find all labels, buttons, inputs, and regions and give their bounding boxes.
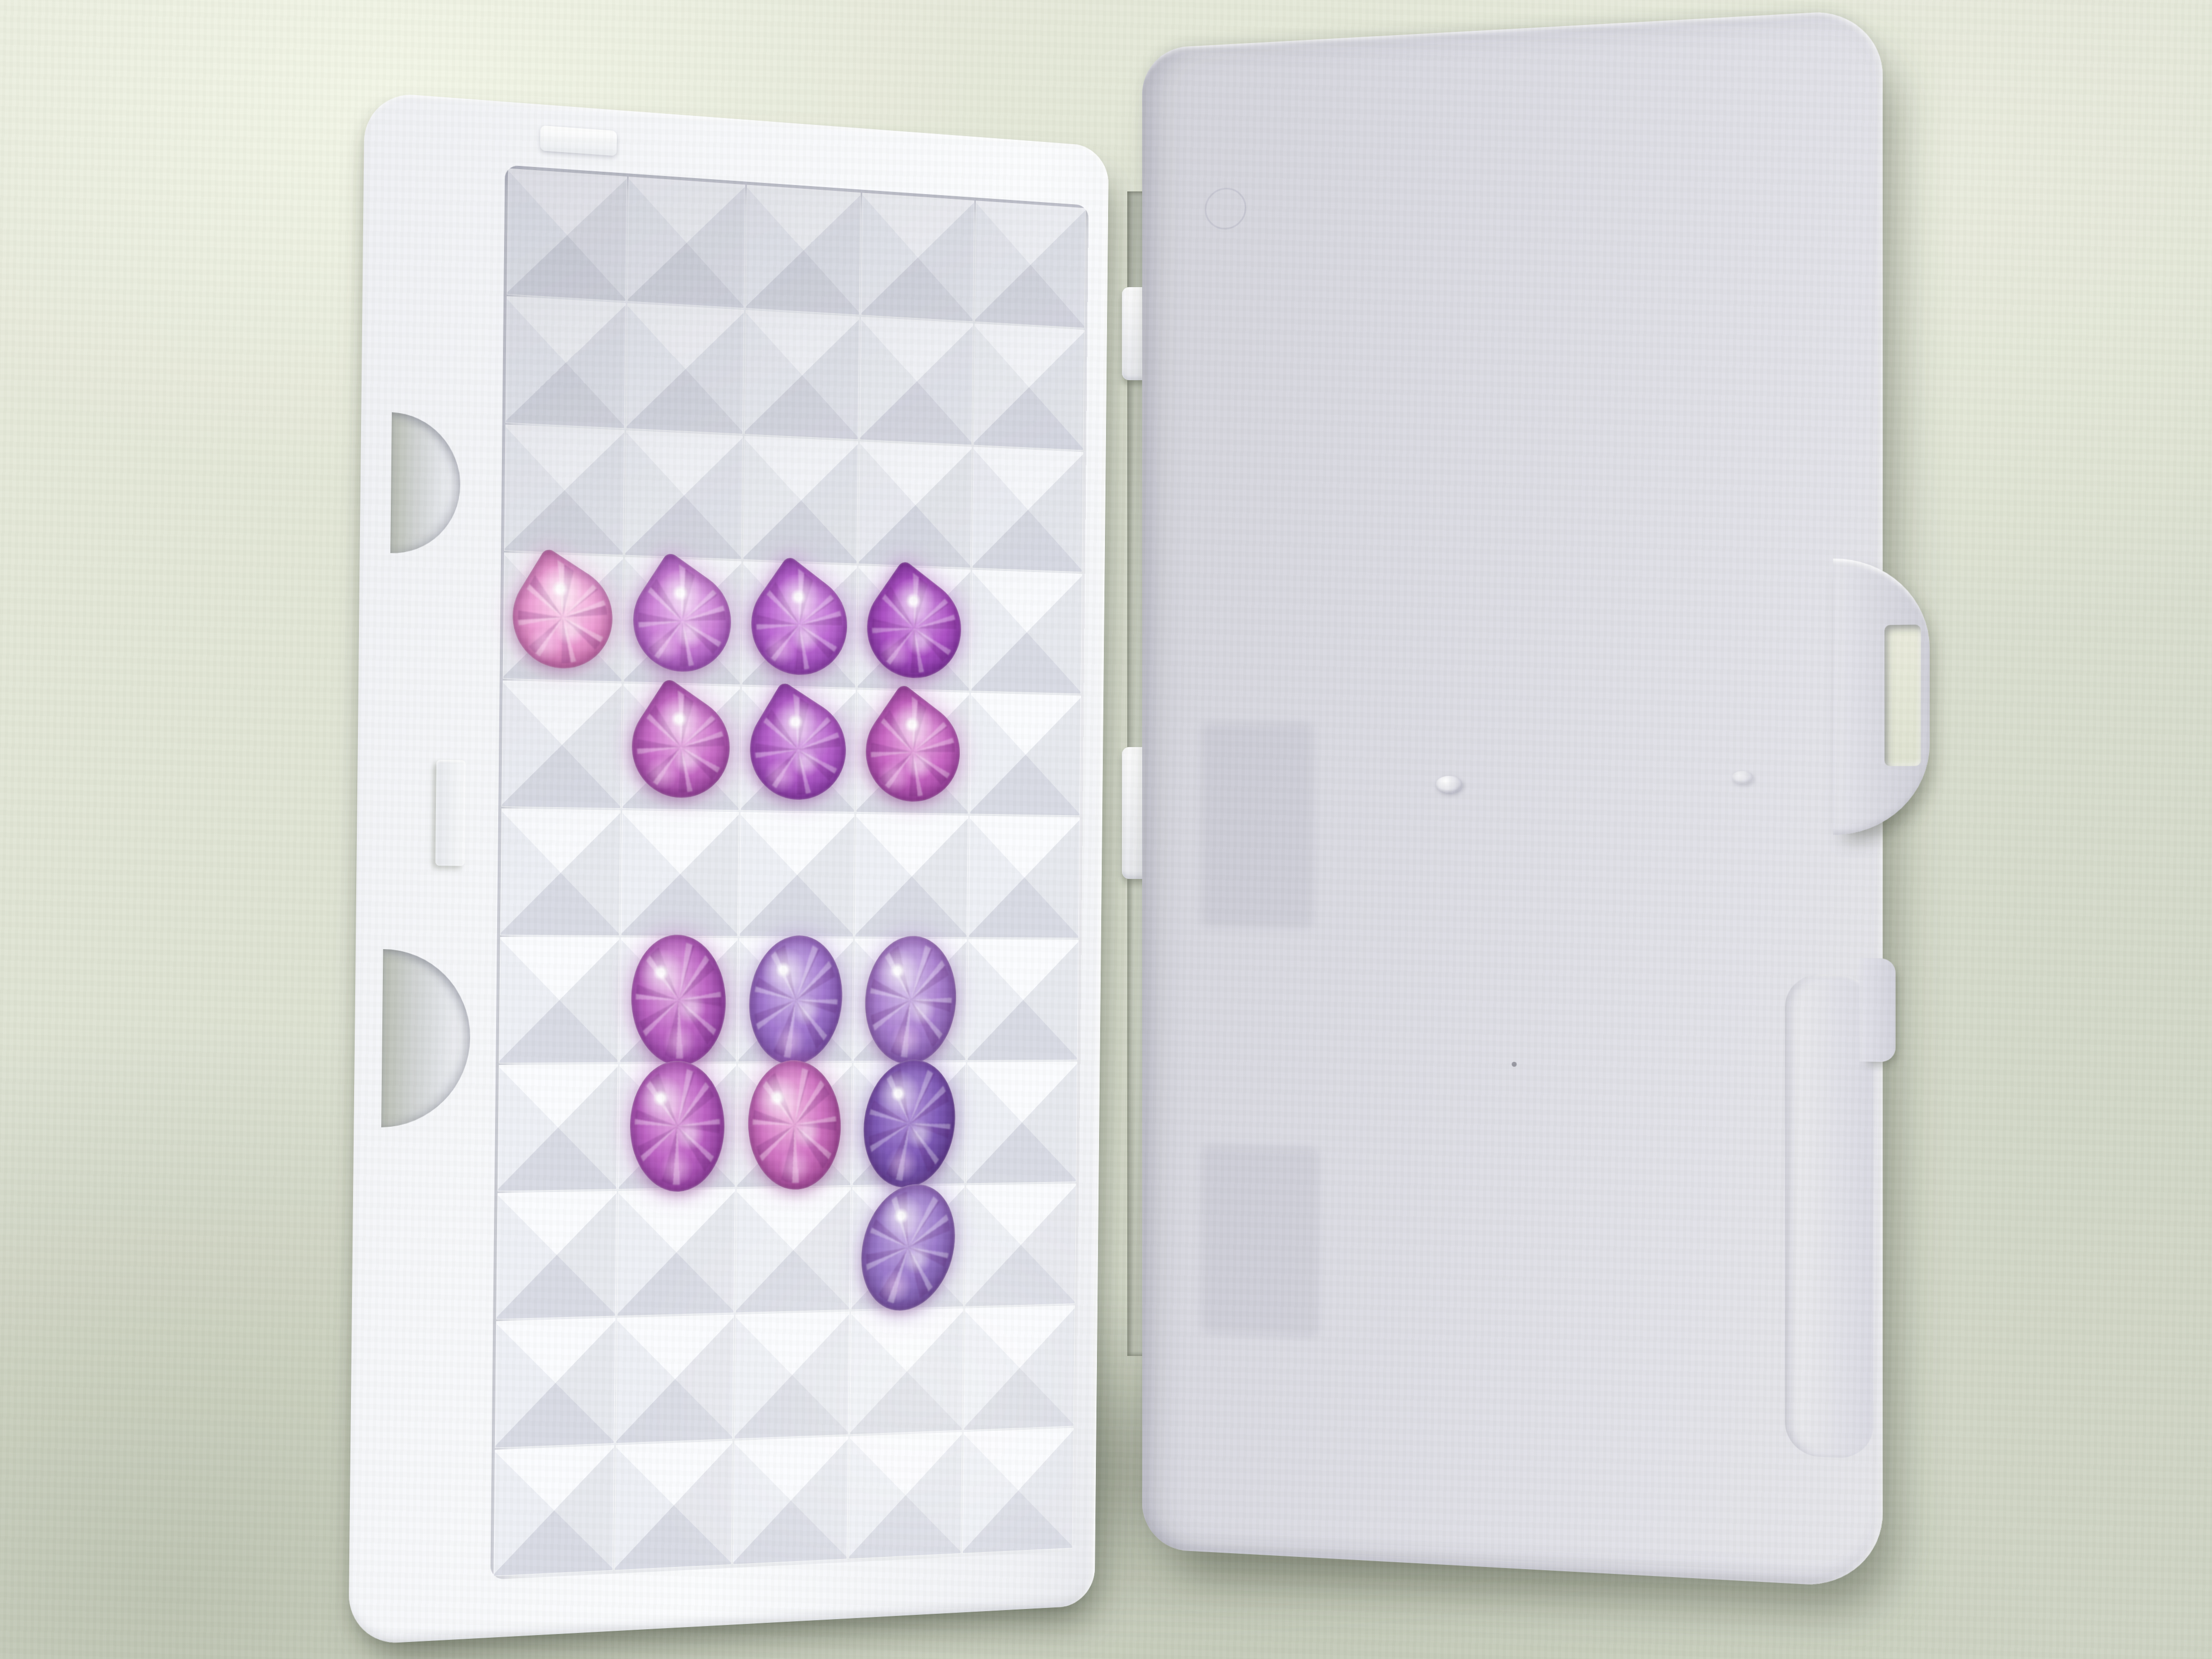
pyramid-cell xyxy=(736,1063,852,1188)
pyramid-cell xyxy=(965,1184,1076,1307)
pyramid-cell xyxy=(861,193,975,322)
pyramid-grid xyxy=(490,165,1088,1580)
pyramid-cell xyxy=(860,317,973,445)
mold-circle-mark xyxy=(1205,187,1246,230)
pyramid-cell xyxy=(858,566,971,691)
pyramid-cell xyxy=(627,177,745,308)
finger-notch-bottom xyxy=(381,949,471,1127)
case-lid xyxy=(1142,9,1883,1589)
pyramid-cell xyxy=(498,1064,618,1191)
pyramid-cell xyxy=(495,1318,616,1448)
pyramid-cell xyxy=(503,552,623,682)
pyramid-cell xyxy=(969,816,1080,938)
pyramid-cell xyxy=(744,310,859,439)
pyramid-cell xyxy=(734,1312,850,1439)
pyramid-cell xyxy=(850,1309,963,1435)
pyramid-cell xyxy=(855,814,968,937)
pyramid-cell xyxy=(501,681,622,809)
pyramid-cell xyxy=(493,1445,614,1577)
pyramid-cell xyxy=(626,303,744,434)
label-recess-2 xyxy=(1202,1145,1319,1337)
pyramid-cell xyxy=(617,1189,735,1316)
lid-dimple-center xyxy=(1436,776,1462,793)
pyramid-cell xyxy=(735,1187,851,1313)
finger-notch-top xyxy=(390,412,461,556)
pyramid-cell xyxy=(739,812,855,937)
pyramid-cell xyxy=(625,430,743,560)
pyramid-cell xyxy=(623,557,741,685)
case-bottom-tray xyxy=(348,91,1109,1645)
lid-dimple-right xyxy=(1732,771,1753,784)
pyramid-cell xyxy=(619,937,738,1063)
pyramid-cell xyxy=(966,1061,1077,1184)
pyramid-cell xyxy=(622,684,740,811)
pyramid-cell xyxy=(496,1191,617,1320)
pyramid-cell xyxy=(733,1436,849,1565)
pyramid-cell xyxy=(852,1062,966,1186)
pyramid-cell xyxy=(971,569,1082,694)
pyramid-cell xyxy=(621,810,739,936)
pyramid-cell xyxy=(963,1305,1075,1430)
pyramid-cell xyxy=(614,1440,732,1570)
clasp-tab xyxy=(1833,557,1930,835)
clasp-slot xyxy=(1884,625,1921,766)
pyramid-cell xyxy=(506,296,626,429)
pyramid-cell xyxy=(740,687,856,813)
tray-rim-tab xyxy=(540,125,617,156)
pyramid-cell xyxy=(849,1432,962,1559)
pyramid-cell xyxy=(962,1428,1074,1554)
pyramid-cell xyxy=(972,447,1083,572)
pyramid-cell xyxy=(504,424,624,555)
label-recess-1 xyxy=(1202,722,1313,928)
scene xyxy=(0,0,2212,1659)
hinge-side-tab xyxy=(435,760,466,866)
pyramid-cell xyxy=(975,200,1086,329)
pyramid-cell xyxy=(856,690,969,814)
pyramid-cell xyxy=(507,168,627,301)
pyramid-cell xyxy=(745,185,861,315)
pyramid-insert xyxy=(490,165,1088,1580)
pyramid-cell xyxy=(743,435,858,564)
pyramid-cell xyxy=(854,939,967,1061)
clasp-step xyxy=(1859,958,1896,1062)
pyramid-cell xyxy=(500,809,621,936)
pyramid-cell xyxy=(851,1185,965,1310)
pyramid-cell xyxy=(738,938,853,1062)
pyramid-cell xyxy=(616,1315,734,1444)
pyramid-cell xyxy=(499,937,619,1063)
pyramid-cell xyxy=(742,561,857,688)
pyramid-cell xyxy=(618,1063,736,1189)
lid-speck xyxy=(1512,1062,1516,1067)
pyramid-cell xyxy=(967,939,1078,1061)
pyramid-cell xyxy=(974,324,1085,450)
pyramid-cell xyxy=(859,441,972,568)
pyramid-cell xyxy=(970,693,1081,816)
